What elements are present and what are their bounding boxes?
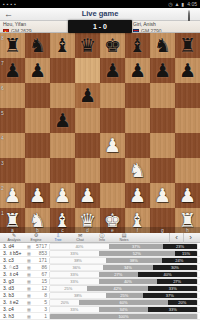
piece-white-pawn: ♟ (29, 183, 46, 208)
move-label: 3. c3 (0, 257, 27, 263)
white-player-panel: Hou, Yifan GM 2629 (0, 21, 70, 32)
square-f5[interactable] (125, 108, 150, 133)
games-count: 1 (32, 313, 50, 319)
draw-wins-segment: 34% (99, 307, 149, 312)
tree-row[interactable]: 3. ♗b5+▦85333%52%15% (0, 250, 200, 257)
result-stats-bar: 100% (50, 314, 197, 319)
piece-black-pawn: ♟ (104, 58, 121, 83)
black-wins-segment: 33% (148, 286, 197, 291)
move-label: 3. ♘c3 (0, 264, 27, 270)
result-stats-bar: 38%25%37% (50, 293, 197, 298)
piece-white-pawn: ♟ (4, 183, 21, 208)
square-g4[interactable] (150, 133, 175, 158)
tab-label: Chat (69, 238, 91, 242)
piece-black-queen: ♛ (79, 33, 96, 58)
rank-label-1: 1 (1, 210, 4, 216)
square-d3[interactable] (75, 158, 100, 183)
file-label-g: g (150, 227, 175, 233)
square-f2[interactable]: ♟ (125, 183, 150, 208)
tree-row[interactable]: 3. c4▦333%34%33% (0, 306, 200, 313)
piece-black-rook: ♜ (179, 33, 196, 58)
black-wins-segment: 33% (148, 307, 197, 312)
draw-wins-segment: 25% (106, 293, 143, 298)
piece-black-bishop: ♝ (129, 33, 146, 58)
draw-wins-segment: 60% (79, 300, 167, 305)
result-stats-bar: 20%60%20% (50, 300, 197, 305)
draw-wins-segment: 34% (103, 265, 153, 270)
white-wins-segment: 33% (50, 251, 99, 256)
piece-white-pawn: ♟ (79, 183, 96, 208)
tab-notes[interactable]: ▤Notes (113, 233, 135, 242)
games-count: 853 (32, 250, 50, 256)
square-d6[interactable]: ♟ (75, 83, 100, 108)
move-label: 3. g3 (0, 278, 27, 284)
square-e5[interactable] (100, 108, 125, 133)
opening-tree: 3. d4▦571740%37%23%3. ♗b5+▦85333%52%15%3… (0, 243, 200, 320)
live-game-screen: ▪▪▪▪ ◷▲▮ 4:05 ← Live game Hou, Yifan GM … (0, 0, 200, 320)
square-b5[interactable] (25, 108, 50, 133)
rank-label-5: 5 (1, 110, 4, 116)
square-h8[interactable]: ♜ (175, 33, 200, 58)
result-stats-bar: 36%34%30% (50, 265, 197, 270)
draw-wins-segment: 27% (99, 272, 139, 277)
piece-white-knight: ♞ (129, 158, 146, 183)
black-player-flag-netherlands-icon (133, 29, 139, 32)
draw-wins-segment: 42% (87, 286, 149, 291)
games-count: 15 (32, 278, 50, 284)
tree-row[interactable]: 3. b3▦838%25%37% (0, 292, 200, 299)
piece-black-bishop: ♝ (54, 33, 71, 58)
square-h6[interactable] (175, 83, 200, 108)
black-player-panel: Giri, Anish GM 2790 (130, 21, 200, 32)
piece-black-pawn: ♟ (54, 108, 71, 133)
square-d8[interactable]: ♛ (75, 33, 100, 58)
board-area: ♜♞♝♛♚♝♞♜♟♟♟♟♟♟♟♟♟♞♟♟♟♟♟♟♟♜♞♝♛♚♝♜ 8765432… (0, 33, 200, 233)
square-g7[interactable]: ♟ (150, 58, 175, 83)
white-wins-segment: 38% (50, 258, 106, 263)
move-label: 3. d3 (0, 285, 27, 291)
system-icons: ◷▲▮ (167, 0, 185, 8)
square-d5[interactable] (75, 108, 100, 133)
notification-icons: ▪▪▪▪ (2, 0, 17, 8)
search-icon[interactable] (188, 11, 195, 18)
white-player-rating: GM 2629 (11, 28, 32, 32)
result-stats-bar: 33%27%40% (50, 272, 197, 277)
piece-white-pawn: ♟ (54, 183, 71, 208)
piece-black-pawn: ♟ (154, 58, 171, 83)
file-label-h: h (175, 227, 200, 233)
tree-row[interactable]: 3. g3▦1533%40%27% (0, 278, 200, 285)
file-label-f: f (125, 227, 150, 233)
square-b4[interactable] (25, 133, 50, 158)
square-g8[interactable]: ♞ (150, 33, 175, 58)
tab-engine[interactable]: ⚙Engine (25, 233, 47, 242)
notification-icon: ▪ (7, 1, 9, 7)
draw-wins-segment: 37% (109, 244, 163, 249)
clock-text: 4:05 (187, 0, 197, 8)
square-d4[interactable] (75, 133, 100, 158)
file-label-c: c (50, 227, 75, 233)
square-c7[interactable] (50, 58, 75, 83)
square-h7[interactable]: ♟ (175, 58, 200, 83)
square-c5[interactable]: ♟ (50, 108, 75, 133)
square-b6[interactable] (25, 83, 50, 108)
square-h3[interactable] (175, 158, 200, 183)
black-player-name: Giri, Anish (133, 22, 197, 27)
file-label-b: b (25, 227, 50, 233)
result-stats-bar: 33%34%33% (50, 307, 197, 312)
tab-label: Tree (47, 238, 69, 242)
white-wins-segment: 33% (50, 272, 99, 277)
black-wins-segment: 30% (153, 265, 197, 270)
square-e7[interactable]: ♟ (100, 58, 125, 83)
notification-icon: ▪ (11, 1, 13, 7)
file-label-a: a (0, 227, 25, 233)
black-wins-segment: 40% (138, 272, 197, 277)
move-label: 3. h3 (0, 313, 27, 319)
tree-row[interactable]: 3. ♗c4▦6733%27%40% (0, 271, 200, 278)
square-h5[interactable] (175, 108, 200, 133)
piece-black-pawn: ♟ (129, 58, 146, 83)
draw-wins-segment: 100% (50, 314, 197, 319)
tab-tree[interactable]: ⇩Tree (47, 233, 69, 242)
draw-wins-segment: 40% (99, 279, 158, 284)
rank-label-3: 3 (1, 160, 4, 166)
square-f6[interactable] (125, 83, 150, 108)
tab-label: Info (91, 238, 113, 242)
white-wins-segment: 33% (50, 307, 99, 312)
move-label: 3. ♗c4 (0, 271, 27, 277)
black-wins-segment: 20% (168, 300, 197, 305)
square-c8[interactable]: ♝ (50, 33, 75, 58)
draw-wins-segment: 38% (106, 258, 162, 263)
square-e2[interactable] (100, 183, 125, 208)
square-b2[interactable]: ♟ (25, 183, 50, 208)
move-label: 3. c4 (0, 306, 27, 312)
square-d2[interactable]: ♟ (75, 183, 100, 208)
square-g2[interactable]: ♟ (150, 183, 175, 208)
games-count: 3 (32, 306, 50, 312)
tab-info[interactable]: ⓘInfo (91, 233, 113, 242)
system-status-icon: ◷ (168, 1, 172, 7)
piece-black-knight: ♞ (154, 33, 171, 58)
draw-wins-segment: 52% (99, 251, 175, 256)
notification-icon: ▪ (14, 1, 16, 7)
white-player-flag-china-icon (3, 29, 9, 32)
tree-row[interactable]: 3. ♗e2▦520%60%20% (0, 299, 200, 306)
games-count: 8 (32, 292, 50, 298)
tab-label: Analysis (3, 238, 25, 242)
black-player-rating: GM 2790 (141, 28, 162, 32)
games-count: 86 (32, 264, 50, 270)
result-stats-bar: 25%42%33% (50, 286, 197, 291)
chess-board: ♜♞♝♛♚♝♞♜♟♟♟♟♟♟♟♟♟♞♟♟♟♟♟♟♟♜♞♝♛♚♝♜ (0, 33, 200, 233)
white-player-name: Hou, Yifan (3, 22, 67, 27)
toolbar: ✎Analysis⚙Engine⇩Tree✉ChatⓘInfo▤Notes‹› (0, 233, 200, 243)
tab-analysis[interactable]: ✎Analysis (3, 233, 25, 242)
tab-label: Engine (25, 238, 47, 242)
bottom-panel: ✎Analysis⚙Engine⇩Tree✉ChatⓘInfo▤Notes‹› … (0, 233, 200, 320)
white-wins-segment: 36% (50, 265, 103, 270)
black-wins-segment: 15% (175, 251, 197, 256)
square-e8[interactable]: ♚ (100, 33, 125, 58)
piece-black-king: ♚ (104, 33, 121, 58)
white-wins-segment: 25% (50, 286, 87, 291)
result-stats-bar: 33%40%27% (50, 279, 197, 284)
white-wins-segment: 20% (50, 300, 79, 305)
white-wins-segment: 38% (50, 293, 106, 298)
result-stats-bar: 38%38%24% (50, 258, 197, 263)
tree-row[interactable]: 3. d4▦571740%37%23% (0, 243, 200, 250)
square-d7[interactable] (75, 58, 100, 83)
black-wins-segment: 37% (143, 293, 197, 298)
status-bar: ▪▪▪▪ ◷▲▮ 4:05 (0, 0, 200, 8)
result-stats-bar: 33%52%15% (50, 251, 197, 256)
games-count: 67 (32, 271, 50, 277)
white-wins-segment: 40% (50, 244, 109, 249)
piece-black-pawn: ♟ (179, 58, 196, 83)
score-badge: 1 - 0 (68, 20, 132, 33)
piece-black-pawn: ♟ (4, 58, 21, 83)
piece-white-pawn: ♟ (129, 183, 146, 208)
move-label: 3. ♗e2 (0, 299, 27, 305)
square-b8[interactable]: ♞ (25, 33, 50, 58)
tree-row[interactable]: 3. c3▦17138%38%24% (0, 257, 200, 264)
square-b7[interactable]: ♟ (25, 58, 50, 83)
tree-row[interactable]: 3. d3▦1225%42%33% (0, 285, 200, 292)
square-f4[interactable] (125, 133, 150, 158)
piece-white-pawn: ♟ (179, 183, 196, 208)
page-title: Live game (0, 8, 200, 20)
rank-label-7: 7 (1, 60, 4, 66)
square-f7[interactable]: ♟ (125, 58, 150, 83)
piece-black-knight: ♞ (29, 33, 46, 58)
file-label-e: e (100, 227, 125, 233)
rank-label-8: 8 (1, 35, 4, 41)
tab-label: Notes (113, 238, 135, 242)
next-move-button[interactable]: › (183, 233, 197, 243)
result-stats-bar: 40%37%23% (50, 244, 197, 249)
rank-label-6: 6 (1, 85, 4, 91)
rank-label-4: 4 (1, 135, 4, 141)
piece-black-pawn: ♟ (79, 83, 96, 108)
square-e3[interactable] (100, 158, 125, 183)
square-e4[interactable]: ♟ (100, 133, 125, 158)
square-e6[interactable] (100, 83, 125, 108)
system-status-icon: ▮ (182, 1, 185, 7)
rank-label-2: 2 (1, 185, 4, 191)
tree-row[interactable]: 3. h3▦1100% (0, 313, 200, 320)
games-count: 5717 (32, 243, 50, 249)
games-count: 5 (32, 299, 50, 305)
system-status-icon: ▲ (175, 1, 180, 7)
black-wins-segment: 23% (163, 244, 197, 249)
square-h4[interactable] (175, 133, 200, 158)
games-count: 12 (32, 285, 50, 291)
notification-icon: ▪ (3, 1, 5, 7)
white-wins-segment: 33% (50, 279, 99, 284)
square-f8[interactable]: ♝ (125, 33, 150, 58)
square-c6[interactable] (50, 83, 75, 108)
square-g5[interactable] (150, 108, 175, 133)
square-c3[interactable] (50, 158, 75, 183)
black-wins-segment: 24% (162, 258, 197, 263)
file-label-d: d (75, 227, 100, 233)
square-h2[interactable]: ♟ (175, 183, 200, 208)
square-c4[interactable] (50, 133, 75, 158)
square-g6[interactable] (150, 83, 175, 108)
tree-row[interactable]: 3. ♘c3▦8636%34%30% (0, 264, 200, 271)
piece-black-pawn: ♟ (29, 58, 46, 83)
square-b3[interactable] (25, 158, 50, 183)
games-count: 171 (32, 257, 50, 263)
move-label: 3. ♗b5+ (0, 250, 27, 256)
square-c2[interactable]: ♟ (50, 183, 75, 208)
move-label: 3. d4 (0, 243, 27, 249)
square-f3[interactable]: ♞ (125, 158, 150, 183)
square-g3[interactable] (150, 158, 175, 183)
move-label: 3. b3 (0, 292, 27, 298)
piece-white-pawn: ♟ (104, 133, 121, 158)
piece-black-rook: ♜ (4, 33, 21, 58)
players-bar: Hou, Yifan GM 2629 1 - 0 Giri, Anish GM … (0, 21, 200, 33)
black-wins-segment: 27% (157, 279, 197, 284)
prev-move-button[interactable]: ‹ (169, 233, 183, 243)
piece-white-pawn: ♟ (154, 183, 171, 208)
tab-chat[interactable]: ✉Chat (69, 233, 91, 242)
